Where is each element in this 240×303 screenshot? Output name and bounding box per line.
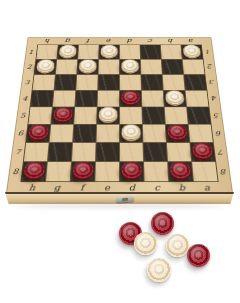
white-piece-e1[interactable] <box>100 45 118 57</box>
loose-white-piece-3[interactable] <box>134 232 157 255</box>
square-h4[interactable] <box>31 91 54 107</box>
square-d1[interactable] <box>120 45 140 59</box>
square-b7[interactable] <box>167 143 191 161</box>
board-frame-bottom: hgfedcba <box>19 182 220 193</box>
rank-label-right-3: 3 <box>205 74 218 90</box>
square-c2[interactable] <box>141 60 162 75</box>
file-label-bottom-h: h <box>19 182 45 193</box>
square-h3[interactable] <box>33 75 55 90</box>
white-piece-d6[interactable] <box>121 124 141 139</box>
red-piece-d4[interactable] <box>121 90 140 104</box>
file-label-top-d: d <box>120 37 141 44</box>
square-a8[interactable] <box>192 162 217 181</box>
square-f5[interactable] <box>74 107 96 124</box>
square-f3[interactable] <box>76 75 97 90</box>
square-g3[interactable] <box>54 75 76 90</box>
square-d8[interactable] <box>120 162 144 181</box>
loose-white-piece-6[interactable] <box>147 258 171 282</box>
square-c7[interactable] <box>143 143 167 161</box>
white-piece-h2[interactable] <box>36 59 55 72</box>
square-d7[interactable] <box>120 143 143 161</box>
rank-label-right-5: 5 <box>209 107 223 124</box>
square-e8[interactable] <box>95 162 119 181</box>
square-d3[interactable] <box>120 75 141 90</box>
file-label-top-f: f <box>78 37 99 44</box>
file-label-bottom-f: f <box>69 182 94 193</box>
file-label-top-e: e <box>99 37 120 44</box>
box-shadow <box>14 204 224 208</box>
file-label-bottom-d: d <box>120 182 145 193</box>
square-e6[interactable] <box>97 125 120 142</box>
square-a6[interactable] <box>189 125 213 142</box>
square-g7[interactable] <box>48 143 72 161</box>
square-e2[interactable] <box>99 60 120 75</box>
box-front-edge <box>5 192 234 204</box>
white-piece-d2[interactable] <box>121 59 139 72</box>
metal-clasp-icon <box>116 196 134 203</box>
square-c3[interactable] <box>141 75 162 90</box>
square-f7[interactable] <box>72 143 96 161</box>
file-label-top-a: a <box>180 37 201 44</box>
square-g6[interactable] <box>50 125 74 142</box>
square-c8[interactable] <box>144 162 168 181</box>
file-label-bottom-a: a <box>194 182 220 193</box>
rank-label-right-7: 7 <box>214 143 229 162</box>
square-e3[interactable] <box>98 75 119 90</box>
rank-label-right-1: 1 <box>202 45 215 60</box>
square-g5[interactable] <box>51 107 74 124</box>
rank-label-right-2: 2 <box>204 59 217 74</box>
loose-red-piece-5[interactable] <box>187 244 210 267</box>
white-piece-a1[interactable] <box>183 45 202 57</box>
square-e1[interactable] <box>99 45 119 59</box>
square-h6[interactable] <box>26 125 50 142</box>
file-label-top-g: g <box>58 37 79 44</box>
file-label-top-h: h <box>37 37 58 44</box>
white-piece-b4[interactable] <box>165 90 185 104</box>
square-d5[interactable] <box>120 107 142 124</box>
square-e5[interactable] <box>97 107 119 124</box>
square-g4[interactable] <box>53 91 75 107</box>
red-piece-h8[interactable] <box>23 162 45 179</box>
square-d4[interactable] <box>120 91 141 107</box>
square-a1[interactable] <box>181 45 202 59</box>
square-c6[interactable] <box>143 125 166 142</box>
file-label-top-b: b <box>160 37 181 44</box>
square-d6[interactable] <box>120 125 143 142</box>
square-f6[interactable] <box>73 125 96 142</box>
square-b2[interactable] <box>162 60 183 75</box>
red-piece-f8[interactable] <box>72 162 93 179</box>
red-piece-g5[interactable] <box>53 107 73 122</box>
square-d2[interactable] <box>120 60 141 75</box>
red-piece-d8[interactable] <box>121 162 142 179</box>
square-b5[interactable] <box>165 107 188 124</box>
file-label-bottom-e: e <box>94 182 119 193</box>
rank-label-right-6: 6 <box>212 124 226 142</box>
rank-label-right-4: 4 <box>207 90 221 107</box>
square-b1[interactable] <box>161 45 182 59</box>
file-label-bottom-g: g <box>44 182 70 193</box>
board-frame-top: hgfedcba <box>37 37 201 44</box>
square-b8[interactable] <box>168 162 193 181</box>
square-f8[interactable] <box>71 162 95 181</box>
square-a4[interactable] <box>186 91 209 107</box>
square-a3[interactable] <box>184 75 206 90</box>
square-f2[interactable] <box>77 60 98 75</box>
file-label-top-c: c <box>140 37 161 44</box>
square-e7[interactable] <box>96 143 119 161</box>
square-f4[interactable] <box>75 91 97 107</box>
square-g1[interactable] <box>57 45 78 59</box>
square-h5[interactable] <box>28 107 52 124</box>
square-h8[interactable] <box>21 162 46 181</box>
square-e4[interactable] <box>98 91 119 107</box>
square-h1[interactable] <box>36 45 57 59</box>
white-piece-f2[interactable] <box>79 59 97 72</box>
square-c5[interactable] <box>142 107 164 124</box>
square-g8[interactable] <box>46 162 71 181</box>
square-f1[interactable] <box>78 45 98 59</box>
square-b4[interactable] <box>164 91 186 107</box>
photo-background: hgfedcba hgfedcba 12345678 12345678 <box>0 0 240 303</box>
file-label-bottom-b: b <box>169 182 195 193</box>
square-c4[interactable] <box>142 91 164 107</box>
board-grid <box>20 45 218 183</box>
square-b3[interactable] <box>163 75 185 90</box>
square-b6[interactable] <box>166 125 190 142</box>
square-h2[interactable] <box>34 60 56 75</box>
square-a7[interactable] <box>190 143 215 161</box>
loose-red-piece-2[interactable] <box>151 212 174 235</box>
white-piece-e5[interactable] <box>99 107 118 122</box>
square-c1[interactable] <box>140 45 160 59</box>
red-piece-b6[interactable] <box>167 124 188 139</box>
loose-white-piece-4[interactable] <box>166 234 189 257</box>
red-piece-h6[interactable] <box>28 124 49 139</box>
square-a5[interactable] <box>187 107 211 124</box>
square-g2[interactable] <box>56 60 77 75</box>
red-piece-a7[interactable] <box>192 142 214 158</box>
red-piece-b8[interactable] <box>169 162 191 179</box>
board-scene: hgfedcba hgfedcba 12345678 12345678 <box>6 37 233 193</box>
rank-label-right-8: 8 <box>216 162 231 182</box>
file-label-bottom-c: c <box>144 182 169 193</box>
square-a2[interactable] <box>183 60 205 75</box>
square-h7[interactable] <box>24 143 49 161</box>
white-piece-g1[interactable] <box>59 45 77 57</box>
checkers-board: hgfedcba hgfedcba 12345678 12345678 <box>6 37 233 193</box>
